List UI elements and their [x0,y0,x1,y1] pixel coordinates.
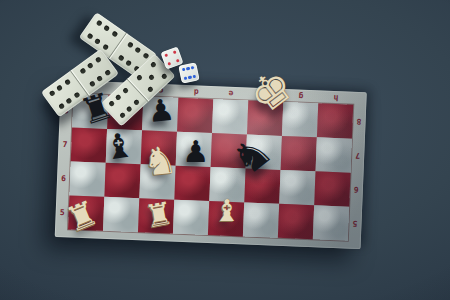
domino-pip [136,74,143,81]
white-knight-c6: ♞ [141,141,178,182]
domino-pip [87,33,94,40]
square-d6 [174,166,210,201]
board-label-8: 8 [352,105,366,139]
black-bishop-b7: ♝ [102,127,137,165]
white-rook-c5: ♜ [143,197,176,232]
domino-pip [150,62,157,69]
board-label-6: 6 [349,173,363,207]
domino-pip [96,75,103,82]
domino-pip [122,87,129,94]
domino-pip [127,42,134,49]
domino-pip [148,74,155,81]
domino-pip [103,25,110,32]
die-pip [175,58,179,62]
domino-pip [115,94,122,101]
domino-pip [95,57,102,64]
domino-pip [102,43,109,50]
domino-pip [58,102,65,109]
domino-pip [160,73,167,80]
square-h6 [314,171,350,206]
die-pip [192,74,196,78]
square-g7 [281,136,317,171]
square-h5 [313,205,349,240]
square-g6 [279,170,315,205]
domino-pip [126,105,133,112]
square-e8 [212,99,248,134]
black-pawn-c8: ♟ [146,95,176,128]
domino-pip [126,60,133,67]
domino-pip [134,47,141,54]
square-f5 [243,202,279,237]
die-pip [190,66,194,70]
domino-pip [64,79,71,86]
die-pip [172,50,176,54]
domino-pip [118,54,125,61]
die-pip [186,67,190,71]
domino-pip [87,62,94,69]
domino-pip [57,84,64,91]
square-d5 [173,200,209,235]
game-still-life-photo: abcdefgh 8765 8765 ♜♟♝♟♞♚♞♜♜♝ [0,0,450,300]
square-d8 [177,98,213,133]
domino-pip [66,97,73,104]
die-pip [164,53,168,57]
board-label-5: 5 [348,207,362,241]
domino-pip [147,85,154,92]
domino-pip [96,20,103,27]
black-pawn-d7: ♟ [183,137,210,167]
domino-pip [49,90,56,97]
square-g5 [278,204,314,239]
domino-pip [104,69,111,76]
die-pip [188,75,192,79]
square-b5 [103,197,139,232]
domino-pip [89,80,96,87]
domino-pip [95,38,102,45]
die-pip [167,61,171,65]
die-blue-showing-6 [178,62,199,83]
domino-pip [119,111,126,118]
square-b6 [104,163,140,198]
square-h7 [316,137,352,172]
square-h8 [317,103,353,138]
domino-pip [111,31,118,38]
white-bishop-e5: ♝ [214,196,241,226]
board-label-7: 7 [351,139,365,173]
domino-pip [133,99,140,106]
domino-pip [80,68,87,75]
